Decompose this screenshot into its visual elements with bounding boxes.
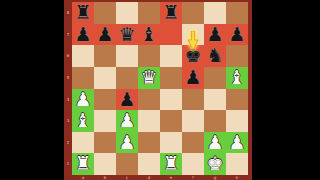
piece-white-pawn-a4[interactable]: ♟ <box>74 88 91 110</box>
square-g5[interactable] <box>204 67 226 89</box>
file-label-f: f <box>182 175 204 180</box>
piece-white-rook-e1[interactable]: ♜ <box>162 153 179 175</box>
file-label-b: b <box>94 175 116 180</box>
square-f8[interactable] <box>182 2 204 24</box>
square-c6[interactable] <box>116 45 138 67</box>
square-f1[interactable] <box>182 153 204 175</box>
piece-black-pawn-h7[interactable]: ♟ <box>228 23 245 45</box>
square-h6[interactable] <box>226 45 248 67</box>
piece-black-knight-g6[interactable]: ♞ <box>206 45 223 67</box>
rank-label-8: 8 <box>64 2 72 24</box>
piece-black-bishop-d7[interactable]: ♝ <box>140 23 157 45</box>
square-g1[interactable]: ♚ <box>204 153 226 175</box>
square-b3[interactable] <box>94 110 116 132</box>
rank-label-6: 6 <box>64 45 72 67</box>
page-background: 87654321 abcdefgh ♜♜♟♟♛♝♟♟♚♞♛♟♝♟♟♝♟♟♟♟♜♜… <box>0 0 320 180</box>
square-e7[interactable] <box>160 24 182 46</box>
square-d5[interactable]: ♛ <box>138 67 160 89</box>
square-c3[interactable]: ♟ <box>116 110 138 132</box>
square-h1[interactable] <box>226 153 248 175</box>
square-h4[interactable] <box>226 89 248 111</box>
square-e6[interactable] <box>160 45 182 67</box>
piece-white-pawn-c2[interactable]: ♟ <box>118 131 135 153</box>
file-labels: abcdefgh <box>72 175 248 180</box>
rank-label-3: 3 <box>64 110 72 132</box>
file-label-a: a <box>72 175 94 180</box>
square-g8[interactable] <box>204 2 226 24</box>
square-g3[interactable] <box>204 110 226 132</box>
square-a8[interactable]: ♜ <box>72 2 94 24</box>
square-b8[interactable] <box>94 2 116 24</box>
file-label-c: c <box>116 175 138 180</box>
square-a5[interactable] <box>72 67 94 89</box>
piece-black-pawn-b7[interactable]: ♟ <box>96 23 113 45</box>
square-a2[interactable] <box>72 132 94 154</box>
chess-board-frame: 87654321 abcdefgh ♜♜♟♟♛♝♟♟♚♞♛♟♝♟♟♝♟♟♟♟♜♜… <box>64 0 252 180</box>
square-b4[interactable] <box>94 89 116 111</box>
square-h5[interactable]: ♝ <box>226 67 248 89</box>
square-c4[interactable]: ♟ <box>116 89 138 111</box>
square-f7[interactable] <box>182 24 204 46</box>
rank-label-7: 7 <box>64 24 72 46</box>
square-f4[interactable] <box>182 89 204 111</box>
piece-black-rook-e8[interactable]: ♜ <box>162 2 179 24</box>
piece-white-queen-d5[interactable]: ♛ <box>140 66 157 88</box>
square-h8[interactable] <box>226 2 248 24</box>
piece-white-bishop-h5[interactable]: ♝ <box>228 66 245 88</box>
square-d1[interactable] <box>138 153 160 175</box>
square-d2[interactable] <box>138 132 160 154</box>
square-b5[interactable] <box>94 67 116 89</box>
square-f5[interactable]: ♟ <box>182 67 204 89</box>
square-d3[interactable] <box>138 110 160 132</box>
piece-white-king-g1[interactable]: ♚ <box>206 153 223 175</box>
square-e3[interactable] <box>160 110 182 132</box>
square-e5[interactable] <box>160 67 182 89</box>
piece-black-queen-c7[interactable]: ♛ <box>118 23 135 45</box>
square-e2[interactable] <box>160 132 182 154</box>
rank-label-5: 5 <box>64 67 72 89</box>
square-c5[interactable] <box>116 67 138 89</box>
square-e8[interactable]: ♜ <box>160 2 182 24</box>
square-b6[interactable] <box>94 45 116 67</box>
piece-black-pawn-g7[interactable]: ♟ <box>206 23 223 45</box>
square-a1[interactable]: ♜ <box>72 153 94 175</box>
square-g6[interactable]: ♞ <box>204 45 226 67</box>
square-h2[interactable]: ♟ <box>226 132 248 154</box>
square-a6[interactable] <box>72 45 94 67</box>
square-d7[interactable]: ♝ <box>138 24 160 46</box>
piece-black-pawn-f5[interactable]: ♟ <box>184 66 201 88</box>
rank-label-4: 4 <box>64 89 72 111</box>
square-a3[interactable]: ♝ <box>72 110 94 132</box>
square-h7[interactable]: ♟ <box>226 24 248 46</box>
square-d8[interactable] <box>138 2 160 24</box>
file-label-e: e <box>160 175 182 180</box>
square-e4[interactable] <box>160 89 182 111</box>
file-label-h: h <box>226 175 248 180</box>
piece-black-pawn-c4[interactable]: ♟ <box>118 88 135 110</box>
square-c1[interactable] <box>116 153 138 175</box>
piece-black-pawn-a7[interactable]: ♟ <box>74 23 91 45</box>
piece-white-pawn-h2[interactable]: ♟ <box>228 131 245 153</box>
square-g4[interactable] <box>204 89 226 111</box>
square-g7[interactable]: ♟ <box>204 24 226 46</box>
square-d6[interactable] <box>138 45 160 67</box>
square-g2[interactable]: ♟ <box>204 132 226 154</box>
piece-white-bishop-a3[interactable]: ♝ <box>74 110 91 132</box>
piece-white-pawn-c3[interactable]: ♟ <box>118 110 135 132</box>
square-f6[interactable]: ♚ <box>182 45 204 67</box>
square-c7[interactable]: ♛ <box>116 24 138 46</box>
square-a7[interactable]: ♟ <box>72 24 94 46</box>
square-h3[interactable] <box>226 110 248 132</box>
square-c8[interactable] <box>116 2 138 24</box>
square-a4[interactable]: ♟ <box>72 89 94 111</box>
file-label-g: g <box>204 175 226 180</box>
square-b7[interactable]: ♟ <box>94 24 116 46</box>
file-label-d: d <box>138 175 160 180</box>
piece-white-pawn-g2[interactable]: ♟ <box>206 131 223 153</box>
chess-board[interactable]: ♜♜♟♟♛♝♟♟♚♞♛♟♝♟♟♝♟♟♟♟♜♜♚ <box>72 2 248 175</box>
piece-black-king-f6[interactable]: ♚ <box>184 45 201 67</box>
square-d4[interactable] <box>138 89 160 111</box>
square-c2[interactable]: ♟ <box>116 132 138 154</box>
square-e1[interactable]: ♜ <box>160 153 182 175</box>
rank-label-2: 2 <box>64 132 72 154</box>
piece-black-rook-a8[interactable]: ♜ <box>74 2 91 24</box>
piece-white-rook-a1[interactable]: ♜ <box>74 153 91 175</box>
square-f3[interactable] <box>182 110 204 132</box>
square-f2[interactable] <box>182 132 204 154</box>
rank-label-1: 1 <box>64 153 72 175</box>
square-b1[interactable] <box>94 153 116 175</box>
square-b2[interactable] <box>94 132 116 154</box>
rank-labels: 87654321 <box>64 2 72 175</box>
